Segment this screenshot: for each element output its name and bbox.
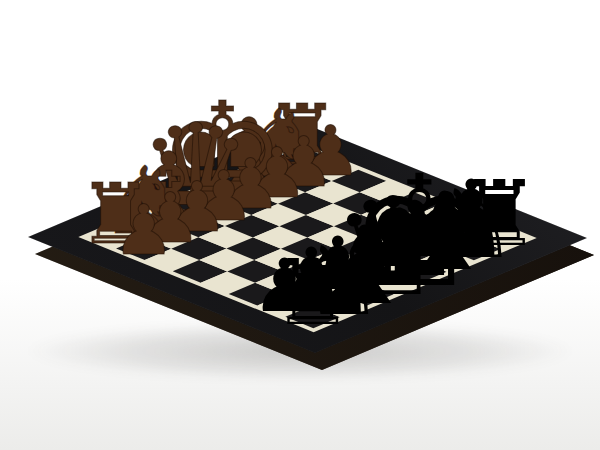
pieces-layer: ♜♞♝♛♚♝♞♜♟♟♟♟♟♟♟♟♟♟♟♟♟♟♟♟♜♞♝♛♚♝♞♜ <box>0 0 600 450</box>
chess-set-product-photo: ♜♞♝♛♚♝♞♜♟♟♟♟♟♟♟♟♟♟♟♟♟♟♟♟♜♞♝♛♚♝♞♜ <box>0 0 600 450</box>
piece-white-rook-a1[interactable]: ♜ <box>272 248 353 338</box>
piece-black-pawn-a7[interactable]: ♟ <box>113 196 175 265</box>
